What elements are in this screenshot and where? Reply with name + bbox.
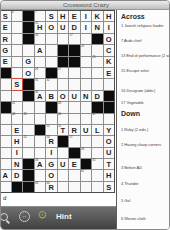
grid-cell[interactable]: 44 [12,114,23,124]
grid-cell[interactable] [46,57,57,67]
grid-cell[interactable]: 31 [35,79,46,89]
grid-cell[interactable]: 59A [35,159,46,169]
black-cell [23,34,34,44]
grid-cell[interactable]: O [46,170,57,180]
gear-icon[interactable]: ⚙ [37,208,48,222]
grid-cell[interactable] [12,68,23,78]
cell-letter: Y [104,126,115,135]
clue-item[interactable]: 7 Arab chief [121,39,170,43]
grid-cell[interactable]: H [12,136,23,146]
clue-item[interactable]: 5 Gal [121,199,170,203]
cell-letter: E [12,126,23,135]
grid-cell[interactable] [92,136,103,146]
grid-cell[interactable]: 17 [69,34,80,44]
grid-cell[interactable] [81,182,92,192]
clue-item[interactable]: 3 Before AD [121,166,170,170]
cell-letter: S [104,183,115,192]
navigate-clues-icon[interactable]: ↔ [19,211,30,222]
clue-number: 55 [23,136,26,139]
grid-cell[interactable]: 46 [58,114,69,124]
clue-number: 62 [81,170,84,173]
clue-item[interactable]: 1 Ruby (2 wds.) [121,128,170,132]
crossword-grid[interactable]: S67SHEIKHE15HOUDINIR1617OGA20CEG25KO2627… [0,11,114,192]
grid-cell[interactable] [58,79,69,89]
grid-cell[interactable] [69,102,80,112]
cell-letter: T [104,160,115,169]
grid-cell[interactable] [35,170,46,180]
grid-cell[interactable]: E [69,11,80,21]
black-cell [92,34,103,44]
grid-cell[interactable] [81,79,92,89]
grid-cell[interactable]: O [23,68,34,78]
grid-cell[interactable]: U [104,148,115,158]
clue-item[interactable]: 15 Escape artist [121,69,170,73]
grid-cell[interactable]: N [81,91,92,101]
black-cell [23,22,34,32]
grid-cell[interactable] [23,148,34,158]
grid-cell[interactable] [104,79,115,89]
grid-cell[interactable]: A [0,170,11,180]
cell-letter: C [104,46,115,55]
cell-letter: G [0,46,11,55]
grid-cell[interactable]: L [92,125,103,135]
cell-letter: E [104,69,115,78]
grid-cell[interactable] [104,114,115,124]
cell-letter: N [92,23,103,32]
grid-cell[interactable]: O [104,136,115,146]
black-cell [69,148,80,158]
clue-number: 51 [46,125,49,128]
clue-number: 61 [92,159,95,162]
grid-cell[interactable] [0,91,11,101]
grid-cell[interactable] [0,182,11,192]
cell-letter: S [46,12,57,21]
grid-cell[interactable]: 15H [35,22,46,32]
cell-letter: A [0,171,11,180]
grid-cell[interactable]: H [104,170,115,180]
cell-letter: N [81,92,92,101]
clue-number: 41 [12,102,15,105]
grid-cell[interactable]: I [104,22,115,32]
grid-cell[interactable] [92,182,103,192]
clue-number: 43 [58,102,61,105]
cell-letter: O [46,171,57,180]
grid-cell[interactable]: 56R [46,136,57,146]
grid-cell[interactable]: E [0,57,11,67]
clue-number: 46 [58,113,61,116]
clue-number: 25 [92,56,95,59]
grid-cell[interactable]: I [46,148,57,158]
grid-cell[interactable]: E [69,159,80,169]
clue-item[interactable]: 13 End of performance (2 wds.) [121,54,170,58]
grid-cell[interactable] [58,170,69,180]
cell-letter: B [46,92,57,101]
black-cell [23,11,34,21]
grid-cell[interactable]: H [58,11,69,21]
cell-letter: O [58,92,69,101]
cell-letter: E [0,57,11,66]
grid-cell[interactable]: K [104,57,115,67]
zoom-icon[interactable] [0,213,8,221]
grid-cell[interactable]: U [81,125,92,135]
grid-cell[interactable] [0,114,11,124]
black-cell [12,182,23,192]
grid-cell[interactable]: G [46,159,57,169]
cell-letter: K [104,57,115,66]
grid-cell[interactable] [0,148,11,158]
grid-cell[interactable]: D [69,22,80,32]
cell-letter: H [104,171,115,180]
cell-letter: U [58,23,69,32]
clue-item[interactable]: 4 Thunder [121,182,170,186]
grid-cell[interactable] [23,125,34,135]
grid-cell[interactable] [35,57,46,67]
cell-letter: O [23,69,34,78]
grid-cell[interactable]: 6 [12,11,23,21]
cell-letter: U [81,126,92,135]
cell-letter: O [104,137,115,146]
grid-cell[interactable]: 51 [46,125,57,135]
grid-cell[interactable]: 52T [58,125,69,135]
clue-number: 16 [35,34,38,37]
cell-letter: R [69,126,80,135]
grid-cell[interactable] [92,68,103,78]
cell-letter: A [35,92,46,101]
grid-cell[interactable]: E [12,125,23,135]
cell-letter: I [12,148,23,157]
grid-cell[interactable] [69,114,80,124]
cell-letter: E [69,12,80,21]
clue-number: 31 [35,79,38,82]
clue-number: 7 [35,11,37,14]
cell-letter: S [0,12,11,21]
clue-item[interactable]: 2 Having sharp corners [121,143,170,147]
cell-letter: O [104,35,115,44]
black-cell [23,182,34,192]
grid-cell[interactable]: 55 [23,136,34,146]
cell-letter: T [58,126,69,135]
clue-number: 6 [12,11,14,14]
cell-letter: S [12,80,23,89]
black-cell [81,159,92,169]
black-cell [23,159,34,169]
grid-cell[interactable] [46,114,57,124]
grid-cell[interactable] [0,159,11,169]
cell-letter: I [46,148,57,157]
cell-letter: A [35,160,46,169]
cell-letter: H [104,12,115,21]
grid-cell[interactable]: 41 [12,102,23,112]
clue-item[interactable]: 6 Woven cloth [121,217,170,221]
black-cell [23,170,34,180]
grid-cell[interactable]: 43 [58,102,69,112]
cell-letter: I [81,23,92,32]
clue-number: 26 [35,68,38,71]
black-cell [104,91,115,101]
cell-letter: N [12,160,23,169]
grid-cell[interactable]: S [12,79,23,89]
cell-letter: K [92,12,103,21]
black-cell [46,102,57,112]
grid-cell[interactable] [46,34,57,44]
grid-cell[interactable] [92,170,103,180]
grid-cell[interactable]: G [23,57,34,67]
grid-cell[interactable]: 61 [92,159,103,169]
clue-item[interactable]: 1 Jewish religious leader [121,24,170,28]
hint-button[interactable]: Hint [56,212,72,221]
grid-cell[interactable] [12,22,23,32]
grid-cell[interactable]: D [92,91,103,101]
cell-letter: R [0,35,11,44]
grid-cell[interactable]: 26 [35,68,46,78]
black-cell [92,102,103,112]
grid-cell[interactable] [0,136,11,146]
grid-cell[interactable] [58,34,69,44]
black-cell [69,57,80,67]
cell-letter: U [58,160,69,169]
grid-cell[interactable]: 45 [23,114,34,124]
clue-number: 20 [81,45,84,48]
bottom-toolbar: ↔ ⚙ Hint [1,206,116,230]
grid-cell[interactable]: B [46,91,57,101]
grid-cell[interactable]: 64R [46,182,57,192]
grid-cell[interactable]: S [0,11,11,21]
grid-cell[interactable] [12,91,23,101]
cell-letter: E [69,160,80,169]
grid-cell[interactable] [92,45,103,55]
grid-cell[interactable] [81,68,92,78]
cell-letter: L [92,126,103,135]
cell-letter: H [35,23,46,32]
cell-letter: G [23,57,34,66]
grid-cell[interactable] [23,102,34,112]
grid-cell[interactable] [81,114,92,124]
clue-item[interactable]: 17 Vegetable [121,101,170,105]
clue-number: 57 [69,136,72,139]
cell-letter: D [69,23,80,32]
grid-cell[interactable]: 32 [46,79,57,89]
down-header: Down [121,110,140,117]
grid-cell[interactable] [12,45,23,55]
clue-number: 27 [58,68,61,71]
grid-cell[interactable]: 62 [81,170,92,180]
grid-cell[interactable]: S [104,182,115,192]
grid-cell[interactable]: I [12,148,23,158]
grid-cell[interactable] [69,170,80,180]
clue-number: 58 [81,148,84,151]
grid-cell[interactable]: 38A [35,91,46,101]
window-title: Crossword Crazy [1,2,170,8]
status-text: d [3,195,6,201]
grid-cell[interactable]: Y [104,125,115,135]
clue-item[interactable]: 16 Decigram (abbr.) [121,89,170,93]
grid-cell[interactable]: D [12,170,23,180]
grid-cell[interactable] [0,125,11,135]
grid-cell[interactable]: A [35,45,46,55]
window-titlebar[interactable]: Crossword Crazy [1,1,170,10]
grid-cell[interactable]: 27 [58,68,69,78]
black-cell [46,68,57,78]
clue-number: 17 [69,34,72,37]
grid-cell[interactable] [58,148,69,158]
black-cell [23,91,34,101]
grid-cell[interactable]: 57 [69,136,80,146]
grid-cell[interactable]: 58 [81,148,92,158]
grid-cell[interactable]: R [0,34,11,44]
grid-cell[interactable]: I [81,11,92,21]
cell-letter: D [12,171,23,180]
grid-cell[interactable] [92,148,103,158]
grid-cell[interactable] [23,45,34,55]
cell-letter: R [46,137,57,146]
clue-panel: Across 1 Jewish religious leader7 Arab c… [116,10,170,230]
crossword-grid-frame: S67SHEIKHE15HOUDINIR1617OGA20CEG25KO2627… [0,10,115,193]
grid-cell[interactable] [12,57,23,67]
grid-cell[interactable]: O [58,91,69,101]
crossword-app-window: Crossword Crazy S67SHEIKHE15HOUDINIR1617… [0,0,170,230]
grid-cell[interactable]: E [104,68,115,78]
cell-letter: E [0,23,11,32]
grid-cell[interactable]: G [0,45,11,55]
cell-letter: U [69,92,80,101]
cell-letter: I [81,12,92,21]
clue-number: 32 [46,79,49,82]
grid-cell[interactable] [81,102,92,112]
grid-cell[interactable]: C [104,45,115,55]
cell-letter: H [58,12,69,21]
grid-cell[interactable] [92,79,103,89]
grid-cell[interactable]: U [58,22,69,32]
grid-cell[interactable] [46,45,57,55]
clue-number: 45 [23,113,26,116]
grid-cell[interactable] [69,68,80,78]
grid-cell[interactable] [69,182,80,192]
grid-cell[interactable]: K [92,11,103,21]
black-cell [58,136,69,146]
clue-number: 63 [35,182,38,185]
grid-cell[interactable] [69,79,80,89]
grid-cell[interactable] [58,182,69,192]
cell-letter: O [46,23,57,32]
grid-cell[interactable]: 20 [81,45,92,55]
grid-cell[interactable]: 63 [35,182,46,192]
black-cell [35,125,46,135]
grid-cell[interactable] [35,148,46,158]
grid-cell[interactable] [12,34,23,44]
cell-letter: D [92,92,103,101]
grid-cell[interactable] [81,57,92,67]
grid-cell[interactable]: 47 [92,114,103,124]
black-cell [23,79,34,89]
black-cell [0,102,11,112]
grid-cell[interactable] [35,114,46,124]
cell-letter: H [12,137,23,146]
grid-cell[interactable]: T [104,159,115,169]
grid-cell[interactable] [81,136,92,146]
grid-cell[interactable] [81,34,92,44]
cell-letter: R [46,183,57,192]
grid-cell[interactable] [35,102,46,112]
grid-cell[interactable]: S [46,11,57,21]
black-cell [58,45,69,55]
grid-cell[interactable] [35,136,46,146]
grid-cell[interactable]: U [69,91,80,101]
grid-cell[interactable]: O [104,34,115,44]
black-cell [69,45,80,55]
grid-cell[interactable]: E [0,22,11,32]
cell-letter: I [104,23,115,32]
grid-cell[interactable] [0,79,11,89]
clue-number: 47 [92,113,95,116]
across-header: Across [121,13,145,20]
grid-cell[interactable]: O [46,22,57,32]
cell-letter: U [104,148,115,157]
grid-cell[interactable]: I [81,22,92,32]
grid-cell[interactable]: 7 [35,11,46,21]
cell-letter: G [46,160,57,169]
grid-cell[interactable]: H [104,11,115,21]
grid-cell[interactable]: U [58,159,69,169]
cell-letter: A [35,46,46,55]
grid-cell[interactable]: N [92,22,103,32]
grid-cell[interactable]: 25 [92,57,103,67]
grid-cell[interactable]: 16 [35,34,46,44]
black-cell [58,57,69,67]
grid-cell[interactable]: R [69,125,80,135]
black-cell [104,102,115,112]
black-cell [0,68,11,78]
grid-cell[interactable]: N [12,159,23,169]
clue-number: 44 [12,113,15,116]
